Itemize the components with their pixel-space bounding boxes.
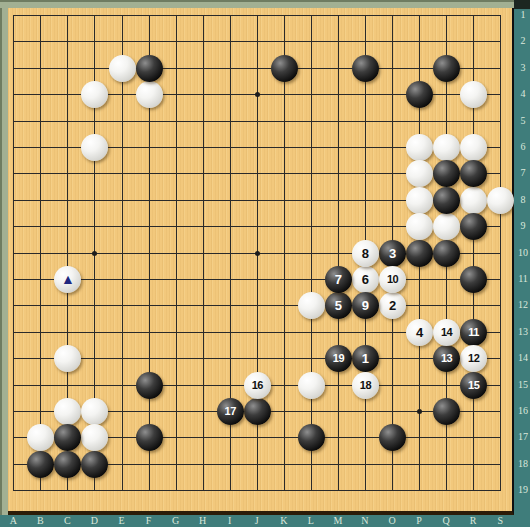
- column-label-D: D: [91, 516, 98, 526]
- move-number: 1: [362, 352, 369, 365]
- black-stone-P10[interactable]: [406, 240, 433, 267]
- move-number: 15: [468, 380, 479, 391]
- column-label-N: N: [361, 516, 368, 526]
- black-stone-P4[interactable]: [406, 81, 433, 108]
- column-label-O: O: [388, 516, 395, 526]
- grid-line-vertical: [500, 15, 501, 491]
- black-stone-R13[interactable]: 11: [460, 319, 487, 346]
- triangle-mark-icon: ▲: [61, 272, 75, 286]
- star-point-J4: [255, 92, 260, 97]
- black-stone-Q16[interactable]: [433, 398, 460, 425]
- frame-left-border: [0, 8, 8, 515]
- row-label-1: 1: [521, 10, 526, 20]
- grid-line-horizontal: [13, 305, 501, 306]
- row-label-18: 18: [518, 459, 528, 469]
- white-stone-R4[interactable]: [460, 81, 487, 108]
- frame-corner: [514, 0, 530, 9]
- grid-line-horizontal: [13, 358, 501, 359]
- row-label-4: 4: [521, 89, 526, 99]
- move-number: 19: [333, 353, 344, 364]
- white-stone-N11[interactable]: 6: [352, 266, 379, 293]
- white-stone-R8[interactable]: [460, 187, 487, 214]
- star-point-P16: [417, 409, 422, 414]
- star-point-D10: [92, 251, 97, 256]
- white-stone-S8[interactable]: [487, 187, 514, 214]
- column-label-L: L: [308, 516, 314, 526]
- row-label-13: 13: [518, 327, 528, 337]
- column-label-S: S: [497, 516, 503, 526]
- row-label-2: 2: [521, 36, 526, 46]
- column-label-M: M: [333, 516, 342, 526]
- move-number: 16: [252, 380, 263, 391]
- black-stone-C18[interactable]: [54, 451, 81, 478]
- column-label-R: R: [470, 516, 477, 526]
- move-number: 17: [225, 406, 236, 417]
- black-stone-B18[interactable]: [27, 451, 54, 478]
- column-label-H: H: [199, 516, 206, 526]
- black-stone-Q7[interactable]: [433, 160, 460, 187]
- move-number: 18: [360, 380, 371, 391]
- black-stone-R7[interactable]: [460, 160, 487, 187]
- move-number: 4: [416, 326, 423, 339]
- white-stone-P7[interactable]: [406, 160, 433, 187]
- column-label-K: K: [280, 516, 287, 526]
- black-stone-I16[interactable]: 17: [217, 398, 244, 425]
- move-number: 8: [362, 247, 369, 260]
- column-labels-strip: ABCDEFGHIJKLMNOPQRS: [0, 515, 530, 527]
- black-stone-Q14[interactable]: 13: [433, 345, 460, 372]
- white-stone-R14[interactable]: 12: [460, 345, 487, 372]
- white-stone-R6[interactable]: [460, 134, 487, 161]
- column-label-I: I: [228, 516, 231, 526]
- row-label-11: 11: [518, 274, 528, 284]
- column-label-F: F: [146, 516, 152, 526]
- column-label-G: G: [172, 516, 179, 526]
- column-label-J: J: [255, 516, 259, 526]
- row-label-10: 10: [518, 248, 528, 258]
- go-board[interactable]: ▲12345678910111213141516171819: [8, 8, 514, 515]
- black-stone-L17[interactable]: [298, 424, 325, 451]
- black-stone-M12[interactable]: 5: [325, 292, 352, 319]
- white-stone-C14[interactable]: [54, 345, 81, 372]
- grid-line-vertical: [311, 15, 312, 491]
- white-stone-P6[interactable]: [406, 134, 433, 161]
- black-stone-O17[interactable]: [379, 424, 406, 451]
- white-stone-Q9[interactable]: [433, 213, 460, 240]
- black-stone-R15[interactable]: 15: [460, 372, 487, 399]
- black-stone-D18[interactable]: [81, 451, 108, 478]
- row-label-7: 7: [521, 168, 526, 178]
- move-number: 6: [362, 273, 369, 286]
- column-label-Q: Q: [442, 516, 449, 526]
- white-stone-Q6[interactable]: [433, 134, 460, 161]
- move-number: 12: [468, 353, 479, 364]
- grid-line-horizontal: [13, 279, 501, 280]
- black-stone-R11[interactable]: [460, 266, 487, 293]
- black-stone-O10[interactable]: 3: [379, 240, 406, 267]
- black-stone-C17[interactable]: [54, 424, 81, 451]
- white-stone-L15[interactable]: [298, 372, 325, 399]
- row-label-9: 9: [521, 221, 526, 231]
- white-stone-D16[interactable]: [81, 398, 108, 425]
- white-stone-N15[interactable]: 18: [352, 372, 379, 399]
- white-stone-F4[interactable]: [136, 81, 163, 108]
- black-stone-N14[interactable]: 1: [352, 345, 379, 372]
- white-stone-P8[interactable]: [406, 187, 433, 214]
- black-stone-M14[interactable]: 19: [325, 345, 352, 372]
- black-stone-F3[interactable]: [136, 55, 163, 82]
- white-stone-J15[interactable]: 16: [244, 372, 271, 399]
- column-label-B: B: [37, 516, 44, 526]
- white-stone-E3[interactable]: [109, 55, 136, 82]
- white-stone-N10[interactable]: 8: [352, 240, 379, 267]
- column-label-C: C: [64, 516, 71, 526]
- grid-line-vertical: [284, 15, 285, 491]
- move-number: 3: [389, 247, 396, 260]
- move-number: 9: [362, 299, 369, 312]
- frame-top-border: [0, 0, 514, 8]
- white-stone-Q13[interactable]: 14: [433, 319, 460, 346]
- move-number: 2: [389, 299, 396, 312]
- row-label-8: 8: [521, 195, 526, 205]
- column-label-E: E: [118, 516, 124, 526]
- row-label-14: 14: [518, 353, 528, 363]
- column-label-P: P: [416, 516, 422, 526]
- grid-line-vertical: [338, 15, 339, 491]
- row-label-15: 15: [518, 380, 528, 390]
- move-number: 5: [335, 299, 342, 312]
- black-stone-N12[interactable]: 9: [352, 292, 379, 319]
- black-stone-N3[interactable]: [352, 55, 379, 82]
- row-label-17: 17: [518, 432, 528, 442]
- black-stone-F17[interactable]: [136, 424, 163, 451]
- black-stone-Q10[interactable]: [433, 240, 460, 267]
- grid-line-horizontal: [13, 490, 501, 491]
- black-stone-Q8[interactable]: [433, 187, 460, 214]
- star-point-J10: [255, 251, 260, 256]
- white-stone-P9[interactable]: [406, 213, 433, 240]
- row-label-19: 19: [518, 485, 528, 495]
- black-stone-F15[interactable]: [136, 372, 163, 399]
- move-number: 11: [468, 327, 479, 338]
- white-stone-P13[interactable]: 4: [406, 319, 433, 346]
- black-stone-R9[interactable]: [460, 213, 487, 240]
- white-stone-L12[interactable]: [298, 292, 325, 319]
- white-stone-C11[interactable]: ▲: [54, 266, 81, 293]
- row-label-16: 16: [518, 406, 528, 416]
- column-label-A: A: [10, 516, 17, 526]
- move-number: 7: [335, 273, 342, 286]
- white-stone-O11[interactable]: 10: [379, 266, 406, 293]
- move-number: 14: [441, 327, 452, 338]
- white-stone-D17[interactable]: [81, 424, 108, 451]
- move-number: 10: [387, 274, 398, 285]
- white-stone-C16[interactable]: [54, 398, 81, 425]
- row-labels-strip: 12345678910111213141516171819: [514, 0, 530, 527]
- row-label-5: 5: [521, 116, 526, 126]
- row-label-3: 3: [521, 63, 526, 73]
- white-stone-O12[interactable]: 2: [379, 292, 406, 319]
- white-stone-B17[interactable]: [27, 424, 54, 451]
- row-label-6: 6: [521, 142, 526, 152]
- black-stone-J16[interactable]: [244, 398, 271, 425]
- black-stone-K3[interactable]: [271, 55, 298, 82]
- white-stone-D4[interactable]: [81, 81, 108, 108]
- row-label-12: 12: [518, 300, 528, 310]
- black-stone-M11[interactable]: 7: [325, 266, 352, 293]
- white-stone-D6[interactable]: [81, 134, 108, 161]
- move-number: 13: [441, 353, 452, 364]
- black-stone-Q3[interactable]: [433, 55, 460, 82]
